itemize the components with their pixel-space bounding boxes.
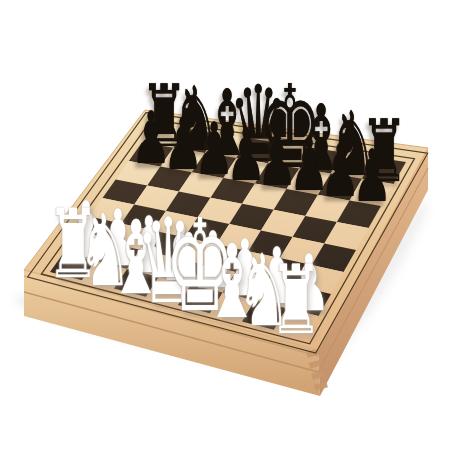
chess-set-photo: ♜♞♝♛♚♝♞♜♟♟♟♟♟♟♟♟♟♟♟♟♟♟♟♟♜♞♝♛♚♝♞♜: [0, 0, 450, 450]
chess-board-box: [0, 0, 450, 450]
